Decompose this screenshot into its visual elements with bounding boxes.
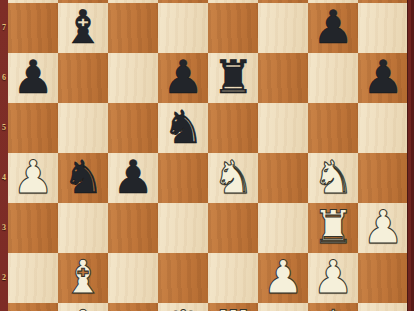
square-f1[interactable] xyxy=(258,303,308,311)
square-c7[interactable] xyxy=(108,3,158,53)
square-e6[interactable]: ♜ xyxy=(208,53,258,103)
white-pawn: ♟ xyxy=(258,253,308,303)
white-bishop: ♝ xyxy=(58,303,108,311)
black-knight: ♞ xyxy=(158,103,208,153)
white-pawn: ♟ xyxy=(8,153,58,203)
square-h1[interactable] xyxy=(358,303,407,311)
black-knight: ♞ xyxy=(58,153,108,203)
square-f2[interactable]: ♟ xyxy=(258,253,308,303)
square-e5[interactable] xyxy=(208,103,258,153)
square-h7[interactable] xyxy=(358,3,407,53)
rank-label-4: 4 xyxy=(0,173,8,183)
square-g6[interactable] xyxy=(308,53,358,103)
square-d3[interactable] xyxy=(158,203,208,253)
rank-label-2: 2 xyxy=(0,273,8,283)
white-knight: ♞ xyxy=(308,153,358,203)
square-f5[interactable] xyxy=(258,103,308,153)
white-pawn: ♟ xyxy=(308,253,358,303)
square-d1[interactable]: ♛ xyxy=(158,303,208,311)
square-b6[interactable] xyxy=(58,53,108,103)
square-f3[interactable] xyxy=(258,203,308,253)
square-e7[interactable] xyxy=(208,3,258,53)
square-h3[interactable]: ♟ xyxy=(358,203,407,253)
square-a7[interactable] xyxy=(8,3,58,53)
black-pawn: ♟ xyxy=(158,53,208,103)
square-e3[interactable] xyxy=(208,203,258,253)
square-d6[interactable]: ♟ xyxy=(158,53,208,103)
square-a1[interactable] xyxy=(8,303,58,311)
white-knight: ♞ xyxy=(208,153,258,203)
white-rook: ♜ xyxy=(308,203,358,253)
black-pawn: ♟ xyxy=(358,53,407,103)
white-bishop: ♝ xyxy=(58,253,108,303)
black-pawn: ♟ xyxy=(108,153,158,203)
square-g4[interactable]: ♞ xyxy=(308,153,358,203)
board-viewport: ♜♚♝♟♟♟♜♟♞♟♞♟♞♞♜♟♝♟♟♝♛♜♚ xyxy=(8,0,407,311)
rank-label-5: 5 xyxy=(0,123,8,133)
square-h2[interactable] xyxy=(358,253,407,303)
square-b5[interactable] xyxy=(58,103,108,153)
rank-label-7: 7 xyxy=(0,23,8,33)
white-pawn: ♟ xyxy=(358,203,407,253)
black-pawn: ♟ xyxy=(308,3,358,53)
black-pawn: ♟ xyxy=(8,53,58,103)
square-f6[interactable] xyxy=(258,53,308,103)
black-bishop: ♝ xyxy=(58,3,108,53)
square-b7[interactable]: ♝ xyxy=(58,3,108,53)
square-a3[interactable] xyxy=(8,203,58,253)
square-e1[interactable]: ♜ xyxy=(208,303,258,311)
square-c6[interactable] xyxy=(108,53,158,103)
square-c3[interactable] xyxy=(108,203,158,253)
square-c4[interactable]: ♟ xyxy=(108,153,158,203)
square-d2[interactable] xyxy=(158,253,208,303)
square-c2[interactable] xyxy=(108,253,158,303)
square-h4[interactable] xyxy=(358,153,407,203)
square-a2[interactable] xyxy=(8,253,58,303)
square-b1[interactable]: ♝ xyxy=(58,303,108,311)
square-c5[interactable] xyxy=(108,103,158,153)
square-g3[interactable]: ♜ xyxy=(308,203,358,253)
square-d5[interactable]: ♞ xyxy=(158,103,208,153)
square-b2[interactable]: ♝ xyxy=(58,253,108,303)
square-g1[interactable]: ♚ xyxy=(308,303,358,311)
chess-board: ♜♚♝♟♟♟♜♟♞♟♞♟♞♞♜♟♝♟♟♝♛♜♚ xyxy=(8,0,407,311)
square-f4[interactable] xyxy=(258,153,308,203)
square-h5[interactable] xyxy=(358,103,407,153)
square-g7[interactable]: ♟ xyxy=(308,3,358,53)
black-rook: ♜ xyxy=(208,53,258,103)
white-queen: ♛ xyxy=(158,303,208,311)
square-a5[interactable] xyxy=(8,103,58,153)
rank-label-3: 3 xyxy=(0,223,8,233)
square-f7[interactable] xyxy=(258,3,308,53)
chess-diagram: ♜♚♝♟♟♟♜♟♞♟♞♟♞♞♜♟♝♟♟♝♛♜♚ 765432 xyxy=(0,0,414,311)
square-d7[interactable] xyxy=(158,3,208,53)
square-g5[interactable] xyxy=(308,103,358,153)
square-a4[interactable]: ♟ xyxy=(8,153,58,203)
white-king: ♚ xyxy=(308,303,358,311)
square-b3[interactable] xyxy=(58,203,108,253)
rank-label-6: 6 xyxy=(0,73,8,83)
square-d4[interactable] xyxy=(158,153,208,203)
square-a6[interactable]: ♟ xyxy=(8,53,58,103)
square-g2[interactable]: ♟ xyxy=(308,253,358,303)
square-e4[interactable]: ♞ xyxy=(208,153,258,203)
square-b4[interactable]: ♞ xyxy=(58,153,108,203)
square-e2[interactable] xyxy=(208,253,258,303)
square-h6[interactable]: ♟ xyxy=(358,53,407,103)
white-rook: ♜ xyxy=(208,303,258,311)
square-c1[interactable] xyxy=(108,303,158,311)
